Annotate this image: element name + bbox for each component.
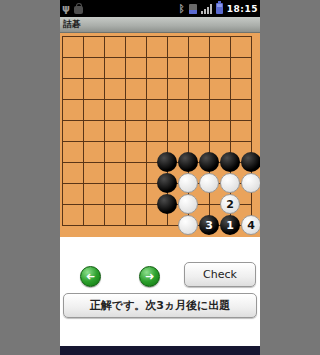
- battery-icon: [216, 3, 223, 14]
- lock-icon: [74, 6, 83, 14]
- stone-black: [157, 173, 177, 193]
- stone-black: [241, 152, 260, 172]
- status-clock: 18:15: [227, 4, 258, 14]
- stone-white: [178, 215, 198, 235]
- bottom-system-bar: [60, 346, 260, 355]
- stone-black-1: 1: [220, 215, 240, 235]
- stone-black: [157, 152, 177, 172]
- stone-white-4: 4: [241, 215, 260, 235]
- title-bar: 詰碁: [60, 17, 260, 33]
- check-button-label: Check: [203, 268, 237, 281]
- stone-white: [178, 173, 198, 193]
- stone-black: [199, 152, 219, 172]
- go-board-grid[interactable]: 2314: [62, 36, 252, 226]
- next-problem-button[interactable]: ➜: [139, 266, 160, 287]
- stone-black: [178, 152, 198, 172]
- signal-icon: [201, 4, 212, 14]
- usb-icon: ψ: [62, 0, 70, 17]
- result-message-button[interactable]: 正解です。次3ヵ月後に出題: [63, 293, 257, 318]
- check-button[interactable]: Check: [184, 262, 256, 287]
- bluetooth-icon: ᛒ: [179, 0, 185, 17]
- stone-black: [220, 152, 240, 172]
- stone-white: [220, 173, 240, 193]
- stone-white: [178, 194, 198, 214]
- result-message-label: 正解です。次3ヵ月後に出題: [90, 298, 231, 313]
- stone-black-3: 3: [199, 215, 219, 235]
- status-bar-left: ψ: [62, 0, 83, 17]
- go-board[interactable]: 2314: [60, 33, 260, 237]
- stone-white: [241, 173, 260, 193]
- sim-icon: [189, 4, 197, 14]
- stone-white: [199, 173, 219, 193]
- status-bar: ψ ᛒ 18:15: [60, 0, 260, 17]
- prev-problem-button[interactable]: ➜: [80, 266, 101, 287]
- status-bar-right: ᛒ 18:15: [179, 0, 258, 17]
- app-title: 詰碁: [63, 18, 81, 31]
- stone-white-2: 2: [220, 194, 240, 214]
- arrow-left-icon: ➜: [86, 271, 95, 282]
- phone-screen: ψ ᛒ 18:15 詰碁 2314 ➜ ➜ Check 正解です。次3ヵ月後に出…: [60, 0, 260, 355]
- stone-black: [157, 194, 177, 214]
- arrow-right-icon: ➜: [145, 271, 154, 282]
